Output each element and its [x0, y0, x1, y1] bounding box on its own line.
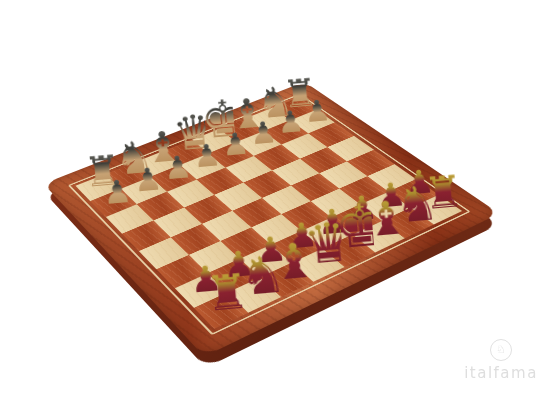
white-bishop: ♝ [363, 194, 404, 244]
square-c4 [202, 211, 251, 241]
board-frame: ♜♞♝♛♚♝♞♜♟♟♟♟♟♟♟♟♟♟♟♟♟♟♟♟♜♞♝♛♚♝♞♜ [43, 82, 499, 357]
watermark-text: italfama [458, 364, 544, 382]
square-g3 [339, 176, 388, 204]
watermark: ♘ italfama [458, 338, 544, 382]
product-photo: ♜♞♝♛♚♝♞♜♟♟♟♟♟♟♟♟♟♟♟♟♟♟♟♟♜♞♝♛♚♝♞♜ ♘ italf… [0, 0, 550, 412]
chess-board: ♜♞♝♛♚♝♞♜♟♟♟♟♟♟♟♟♟♟♟♟♟♟♟♟♜♞♝♛♚♝♞♜ [43, 82, 499, 357]
italfama-logo-icon: ♘ [490, 339, 512, 361]
